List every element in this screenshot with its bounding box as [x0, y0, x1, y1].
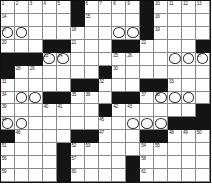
cell-r10-c9[interactable] — [112, 117, 126, 130]
cell-r11-c15[interactable]: 50 — [196, 130, 210, 143]
cell-r3-c10[interactable] — [126, 27, 140, 40]
clue-number: 54 — [141, 143, 146, 148]
clue-number: 38 — [155, 92, 160, 97]
cell-r12-c1[interactable]: 51 — [1, 143, 15, 156]
clue-number: 21 — [71, 40, 76, 45]
cell-r5-c11[interactable] — [140, 53, 154, 66]
black-cell-r7-c12 — [154, 79, 168, 92]
black-cell-r7-c7 — [85, 79, 99, 92]
clue-number: 59 — [2, 169, 7, 174]
cell-r10-c6[interactable] — [71, 117, 85, 130]
cell-r14-c13[interactable] — [168, 169, 182, 182]
cell-r2-c14[interactable] — [182, 14, 196, 27]
cell-r6-c2[interactable]: 28 — [15, 66, 29, 79]
cell-r14-c11[interactable]: 61 — [140, 169, 154, 182]
cell-r2-c9[interactable] — [112, 14, 126, 27]
clue-number: 17 — [2, 27, 7, 32]
cell-r6-c9[interactable]: 30 — [112, 66, 126, 79]
cell-r6-c15[interactable] — [196, 66, 210, 79]
clue-number: 24 — [58, 53, 63, 58]
cell-r6-c11[interactable] — [140, 66, 154, 79]
cell-r3-c9[interactable] — [112, 27, 126, 40]
black-cell-r4-c10 — [126, 40, 140, 53]
black-cell-r14-c5 — [57, 169, 71, 182]
cell-r12-c2[interactable] — [15, 143, 29, 156]
clue-number: 23 — [44, 53, 49, 58]
cell-r4-c1[interactable]: 20 — [1, 40, 15, 53]
cell-r4-c6[interactable]: 21 — [71, 40, 85, 53]
cell-r10-c8[interactable]: 45 — [99, 117, 113, 130]
circle-marker — [169, 53, 181, 64]
cell-r7-c13[interactable]: 33 — [168, 79, 182, 92]
clue-number: 20 — [2, 40, 7, 45]
cell-r11-c4[interactable] — [43, 130, 57, 143]
cell-r5-c5[interactable]: 24 — [57, 53, 71, 66]
cell-r10-c2[interactable] — [15, 117, 29, 130]
cell-r4-c2[interactable] — [15, 40, 29, 53]
cell-r8-c2[interactable] — [15, 92, 29, 105]
cell-r9-c4[interactable]: 40 — [43, 104, 57, 117]
cell-r14-c3[interactable] — [29, 169, 43, 182]
clue-number: 48 — [169, 130, 174, 135]
cell-r4-c8[interactable] — [99, 40, 113, 53]
cell-r1-c9[interactable]: 8 — [112, 1, 126, 14]
cell-r7-c8[interactable]: 32 — [99, 79, 113, 92]
cell-r12-c10[interactable] — [126, 143, 140, 156]
cell-r6-c7[interactable] — [85, 66, 99, 79]
cell-r11-c3[interactable] — [29, 130, 43, 143]
cell-r1-c7[interactable]: 6 — [85, 1, 99, 14]
black-cell-r4-c4 — [43, 40, 57, 53]
cell-r3-c15[interactable] — [196, 27, 210, 40]
cell-r13-c1[interactable]: 56 — [1, 156, 15, 169]
cell-r2-c8[interactable] — [99, 14, 113, 27]
cell-r2-c7[interactable]: 15 — [85, 14, 99, 27]
cell-r2-c15[interactable] — [196, 14, 210, 27]
cell-r9-c11[interactable] — [140, 104, 154, 117]
cell-r10-c4[interactable] — [43, 117, 57, 130]
black-cell-r4-c5 — [57, 40, 71, 53]
cell-r3-c7[interactable] — [85, 27, 99, 40]
black-cell-r14-c10 — [126, 169, 140, 182]
cell-r14-c6[interactable]: 60 — [71, 169, 85, 182]
cell-r9-c3[interactable] — [29, 104, 43, 117]
cell-r2-c5[interactable] — [57, 14, 71, 27]
black-cell-r3-c11 — [140, 27, 154, 40]
cell-r9-c5[interactable]: 41 — [57, 104, 71, 117]
cell-r3-c4[interactable] — [43, 27, 57, 40]
clue-number: 1 — [2, 1, 4, 6]
cell-r1-c5[interactable]: 5 — [57, 1, 71, 14]
clue-number: 11 — [169, 1, 173, 6]
clue-number: 13 — [197, 1, 202, 6]
cell-r4-c13[interactable] — [168, 40, 182, 53]
cell-r9-c7[interactable] — [85, 104, 99, 117]
cell-r1-c8[interactable]: 7 — [99, 1, 113, 14]
cell-r12-c7[interactable]: 53 — [85, 143, 99, 156]
cell-r14-c7[interactable] — [85, 169, 99, 182]
cell-r1-c14[interactable]: 12 — [182, 1, 196, 14]
clue-number: 60 — [71, 169, 76, 174]
cell-r7-c10[interactable] — [126, 79, 140, 92]
black-cell-r11-c7 — [85, 130, 99, 143]
cell-r11-c13[interactable]: 48 — [168, 130, 182, 143]
cell-r6-c4[interactable] — [43, 66, 57, 79]
cell-r6-c5[interactable] — [57, 66, 71, 79]
cell-r5-c15[interactable]: 27 — [196, 53, 210, 66]
clue-number: 5 — [58, 1, 60, 6]
cell-r9-c2[interactable] — [15, 104, 29, 117]
cell-r14-c9[interactable] — [112, 169, 126, 182]
clue-number: 33 — [169, 79, 174, 84]
clue-number: 26 — [127, 53, 132, 58]
cell-r7-c3[interactable] — [29, 79, 43, 92]
clue-number: 39 — [2, 104, 7, 109]
cell-r2-c13[interactable] — [168, 14, 182, 27]
clue-number: 27 — [197, 53, 202, 58]
cell-r4-c14[interactable] — [182, 40, 196, 53]
cell-r10-c11[interactable] — [140, 117, 154, 130]
cell-r1-c3[interactable]: 3 — [29, 1, 43, 14]
clue-number: 51 — [2, 143, 7, 148]
black-cell-r8-c10 — [126, 92, 140, 105]
cell-r13-c3[interactable] — [29, 156, 43, 169]
black-cell-r13-c5 — [57, 156, 71, 169]
cell-r2-c3[interactable] — [29, 14, 43, 27]
cell-r5-c12[interactable] — [154, 53, 168, 66]
black-cell-r2-c6 — [71, 14, 85, 27]
cell-r3-c3[interactable] — [29, 27, 43, 40]
cell-r5-c6[interactable] — [71, 53, 85, 66]
cell-r11-c14[interactable]: 49 — [182, 130, 196, 143]
cell-r12-c4[interactable] — [43, 143, 57, 156]
circle-marker — [183, 92, 195, 103]
clue-number: 52 — [71, 143, 76, 148]
black-cell-r5-c2 — [15, 53, 29, 66]
cell-r9-c12[interactable] — [154, 104, 168, 117]
clue-number: 35 — [71, 92, 76, 97]
cell-r3-c8[interactable] — [99, 27, 113, 40]
cell-r14-c12[interactable] — [154, 169, 168, 182]
cell-r6-c10[interactable] — [126, 66, 140, 79]
cell-r9-c10[interactable]: 43 — [126, 104, 140, 117]
circle-marker — [16, 118, 28, 129]
cell-r6-c3[interactable]: 29 — [29, 66, 43, 79]
cell-r10-c1[interactable]: 44 — [1, 117, 15, 130]
cell-r8-c6[interactable]: 35 — [71, 92, 85, 105]
circle-marker — [183, 53, 195, 64]
cell-r14-c4[interactable] — [43, 169, 57, 182]
black-cell-r8-c9 — [112, 92, 126, 105]
clue-number: 19 — [155, 27, 160, 32]
black-cell-r6-c1 — [1, 66, 15, 79]
clue-number: 57 — [71, 156, 76, 161]
cell-r13-c4[interactable] — [43, 156, 57, 169]
cell-r8-c1[interactable]: 34 — [1, 92, 15, 105]
clue-number: 25 — [113, 53, 118, 58]
cell-r12-c3[interactable] — [29, 143, 43, 156]
cell-r10-c7[interactable] — [85, 117, 99, 130]
cell-r6-c14[interactable] — [182, 66, 196, 79]
cell-r6-c12[interactable] — [154, 66, 168, 79]
clue-number: 29 — [30, 66, 35, 71]
cell-r7-c2[interactable] — [15, 79, 29, 92]
black-cell-r10-c15 — [196, 117, 210, 130]
cell-r3-c1[interactable]: 17 — [1, 27, 15, 40]
clue-number: 53 — [85, 143, 90, 148]
black-cell-r5-c1 — [1, 53, 15, 66]
black-cell-r4-c9 — [112, 40, 126, 53]
cell-r12-c13[interactable] — [168, 143, 182, 156]
black-cell-r11-c11 — [140, 130, 154, 143]
circle-marker — [127, 27, 139, 38]
black-cell-r8-c5 — [57, 92, 71, 105]
clue-number: 16 — [155, 14, 160, 19]
cell-r10-c12[interactable] — [154, 117, 168, 130]
clue-number: 8 — [113, 1, 115, 6]
clue-number: 6 — [85, 1, 87, 6]
black-cell-r10-c14 — [182, 117, 196, 130]
cell-r12-c11[interactable]: 54 — [140, 143, 154, 156]
cell-r4-c12[interactable] — [154, 40, 168, 53]
crossword-grid: 1234567891011121314151617181920212223242… — [0, 0, 211, 183]
cell-r4-c11[interactable]: 22 — [140, 40, 154, 53]
circle-marker — [29, 92, 41, 103]
cell-r14-c1[interactable]: 59 — [1, 169, 15, 182]
black-cell-r8-c4 — [43, 92, 57, 105]
cell-r11-c10[interactable] — [126, 130, 140, 143]
cell-r4-c3[interactable] — [29, 40, 43, 53]
cell-r12-c15[interactable] — [196, 143, 210, 156]
cell-r11-c9[interactable] — [112, 130, 126, 143]
black-cell-r5-c3 — [29, 53, 43, 66]
black-cell-r11-c6 — [71, 130, 85, 143]
clue-number: 44 — [2, 117, 7, 122]
clue-number: 28 — [16, 66, 21, 71]
cell-r2-c2[interactable] — [15, 14, 29, 27]
cell-r1-c10[interactable]: 9 — [126, 1, 140, 14]
clue-number: 47 — [99, 130, 104, 135]
cell-r5-c4[interactable]: 23 — [43, 53, 57, 66]
cell-r8-c14[interactable] — [182, 92, 196, 105]
clue-number: 37 — [141, 92, 146, 97]
cell-r4-c7[interactable] — [85, 40, 99, 53]
clue-number: 50 — [197, 130, 202, 135]
cell-r3-c13[interactable] — [168, 27, 182, 40]
clue-number: 12 — [183, 1, 188, 6]
cell-r11-c8[interactable]: 47 — [99, 130, 113, 143]
cell-r2-c4[interactable] — [43, 14, 57, 27]
black-cell-r13-c10 — [126, 156, 140, 169]
cell-r13-c11[interactable]: 58 — [140, 156, 154, 169]
cell-r13-c6[interactable]: 57 — [71, 156, 85, 169]
black-cell-r11-c1 — [1, 130, 15, 143]
cell-r12-c9[interactable] — [112, 143, 126, 156]
black-cell-r12-c5 — [57, 143, 71, 156]
clue-number: 36 — [85, 92, 90, 97]
cell-r14-c2[interactable] — [15, 169, 29, 182]
cell-r10-c10[interactable] — [126, 117, 140, 130]
clue-number: 22 — [141, 40, 146, 45]
cell-r6-c6[interactable] — [71, 66, 85, 79]
cell-r13-c7[interactable] — [85, 156, 99, 169]
cell-r13-c9[interactable] — [112, 156, 126, 169]
clue-number: 30 — [113, 66, 118, 71]
cell-r12-c8[interactable] — [99, 143, 113, 156]
cell-r7-c15[interactable] — [196, 79, 210, 92]
cell-r12-c14[interactable] — [182, 143, 196, 156]
cell-r7-c5[interactable] — [57, 79, 71, 92]
clue-number: 56 — [2, 156, 7, 161]
clue-number: 40 — [44, 104, 49, 109]
cell-r3-c12[interactable]: 19 — [154, 27, 168, 40]
clue-number: 61 — [141, 169, 146, 174]
cell-r8-c11[interactable]: 37 — [140, 92, 154, 105]
clue-number: 49 — [183, 130, 188, 135]
cell-r8-c12[interactable]: 38 — [154, 92, 168, 105]
cell-r7-c14[interactable] — [182, 79, 196, 92]
cell-r11-c5[interactable] — [57, 130, 71, 143]
circle-marker — [155, 118, 167, 129]
clue-number: 18 — [71, 27, 76, 32]
black-cell-r10-c13 — [168, 117, 182, 130]
clue-number: 15 — [85, 14, 90, 19]
cell-r3-c2[interactable] — [15, 27, 29, 40]
circle-marker — [169, 92, 181, 103]
black-cell-r9-c8 — [99, 104, 113, 117]
cell-r14-c8[interactable] — [99, 169, 113, 182]
cell-r2-c12[interactable]: 16 — [154, 14, 168, 27]
cell-r10-c3[interactable] — [29, 117, 43, 130]
black-cell-r6-c8 — [99, 66, 113, 79]
cell-r7-c1[interactable]: 31 — [1, 79, 15, 92]
cell-r13-c8[interactable] — [99, 156, 113, 169]
cell-r10-c5[interactable] — [57, 117, 71, 130]
cell-r9-c13[interactable] — [168, 104, 182, 117]
cell-r13-c12[interactable] — [154, 156, 168, 169]
cell-r2-c1[interactable]: 14 — [1, 14, 15, 27]
clue-number: 7 — [99, 1, 101, 6]
clue-number: 9 — [127, 1, 129, 6]
cell-r3-c14[interactable] — [182, 27, 196, 40]
clue-number: 42 — [113, 104, 118, 109]
cell-r13-c14[interactable] — [182, 156, 196, 169]
clue-number: 2 — [16, 1, 18, 6]
cell-r1-c12[interactable]: 10 — [154, 1, 168, 14]
cell-r14-c15[interactable] — [196, 169, 210, 182]
cell-r9-c1[interactable]: 39 — [1, 104, 15, 117]
cell-r7-c9[interactable] — [112, 79, 126, 92]
cell-r1-c15[interactable]: 13 — [196, 1, 210, 14]
cell-r8-c15[interactable] — [196, 92, 210, 105]
cell-r13-c13[interactable] — [168, 156, 182, 169]
circle-marker — [113, 27, 125, 38]
black-cell-r4-c15 — [196, 40, 210, 53]
cell-r1-c4[interactable]: 4 — [43, 1, 57, 14]
cell-r5-c10[interactable]: 26 — [126, 53, 140, 66]
cell-r11-c2[interactable]: 46 — [15, 130, 29, 143]
clue-number: 4 — [44, 1, 46, 6]
cell-r8-c3[interactable] — [29, 92, 43, 105]
cell-r14-c14[interactable] — [182, 169, 196, 182]
clue-number: 32 — [99, 79, 104, 84]
black-cell-r1-c6 — [71, 1, 85, 14]
cell-r5-c13[interactable] — [168, 53, 182, 66]
cell-r1-c1[interactable]: 1 — [1, 1, 15, 14]
circle-marker — [127, 118, 139, 129]
clue-number: 3 — [30, 1, 32, 6]
cell-r13-c2[interactable] — [15, 156, 29, 169]
clue-number: 46 — [16, 130, 21, 135]
cell-r1-c13[interactable]: 11 — [168, 1, 182, 14]
cell-r9-c6[interactable] — [71, 104, 85, 117]
cell-r3-c6[interactable]: 18 — [71, 27, 85, 40]
cell-r5-c8[interactable] — [99, 53, 113, 66]
clue-number: 45 — [99, 117, 104, 122]
clue-number: 43 — [127, 104, 132, 109]
black-cell-r7-c6 — [71, 79, 85, 92]
clue-number: 34 — [2, 92, 7, 97]
clue-number: 41 — [58, 104, 63, 109]
black-cell-r1-c11 — [140, 1, 154, 14]
black-cell-r2-c11 — [140, 14, 154, 27]
cell-r6-c13[interactable] — [168, 66, 182, 79]
circle-marker — [16, 27, 28, 38]
cell-r8-c7[interactable]: 36 — [85, 92, 99, 105]
cell-r8-c13[interactable] — [168, 92, 182, 105]
black-cell-r9-c15 — [196, 104, 210, 117]
cell-r9-c14[interactable] — [182, 104, 196, 117]
cell-r5-c7[interactable] — [85, 53, 99, 66]
cell-r1-c2[interactable]: 2 — [15, 1, 29, 14]
cell-r3-c5[interactable] — [57, 27, 71, 40]
cell-r12-c6[interactable]: 52 — [71, 143, 85, 156]
clue-number: 58 — [141, 156, 146, 161]
cell-r9-c9[interactable]: 42 — [112, 104, 126, 117]
clue-number: 14 — [2, 14, 7, 19]
cell-r12-c12[interactable]: 55 — [154, 143, 168, 156]
cell-r7-c4[interactable] — [43, 79, 57, 92]
circle-marker — [141, 118, 153, 129]
cell-r13-c15[interactable] — [196, 156, 210, 169]
clue-number: 10 — [155, 1, 160, 6]
cell-r5-c14[interactable] — [182, 53, 196, 66]
black-cell-r7-c11 — [140, 79, 154, 92]
clue-number: 31 — [2, 79, 7, 84]
clue-number: 55 — [155, 143, 160, 148]
cell-r5-c9[interactable]: 25 — [112, 53, 126, 66]
circle-marker — [16, 92, 28, 103]
cell-r8-c8[interactable] — [99, 92, 113, 105]
black-cell-r11-c12 — [154, 130, 168, 143]
cell-r2-c10[interactable] — [126, 14, 140, 27]
